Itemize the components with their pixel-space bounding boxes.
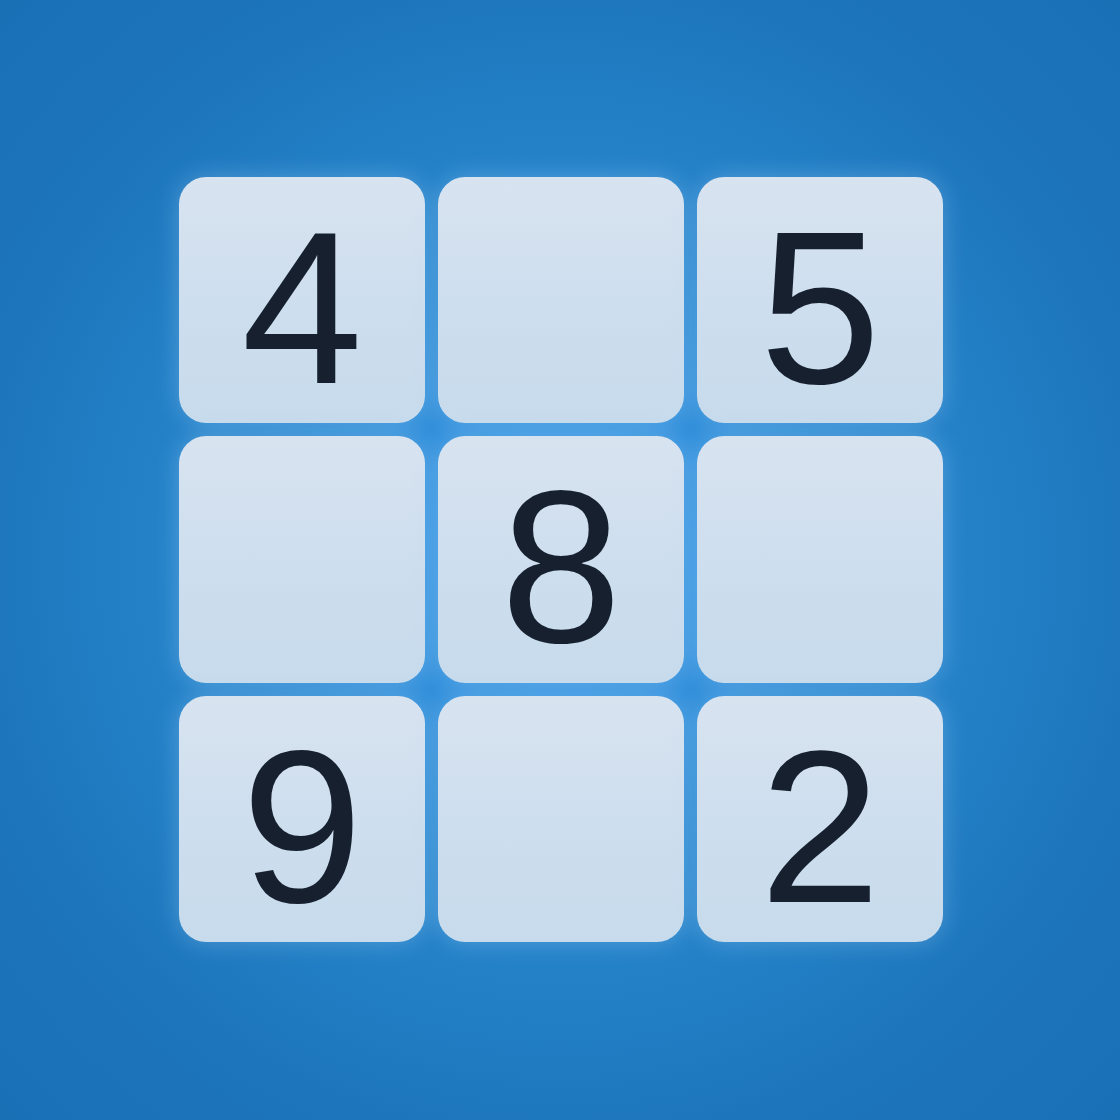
cell-value: 9 [241,718,362,936]
cell-r3c2[interactable] [438,696,684,942]
cell-value: 4 [241,199,362,417]
cell-r1c2[interactable] [438,177,684,423]
cell-r2c3[interactable] [697,436,943,682]
cell-r2c1[interactable] [179,436,425,682]
cell-value: 5 [759,199,880,417]
sudoku-board: 4 5 8 9 2 [179,177,943,942]
cell-value: 2 [759,718,880,936]
cell-r1c3[interactable]: 5 [697,177,943,423]
cell-r2c2[interactable]: 8 [438,436,684,682]
cell-r1c1[interactable]: 4 [179,177,425,423]
cell-r3c3[interactable]: 2 [697,696,943,942]
cell-r3c1[interactable]: 9 [179,696,425,942]
cell-value: 8 [500,458,621,676]
